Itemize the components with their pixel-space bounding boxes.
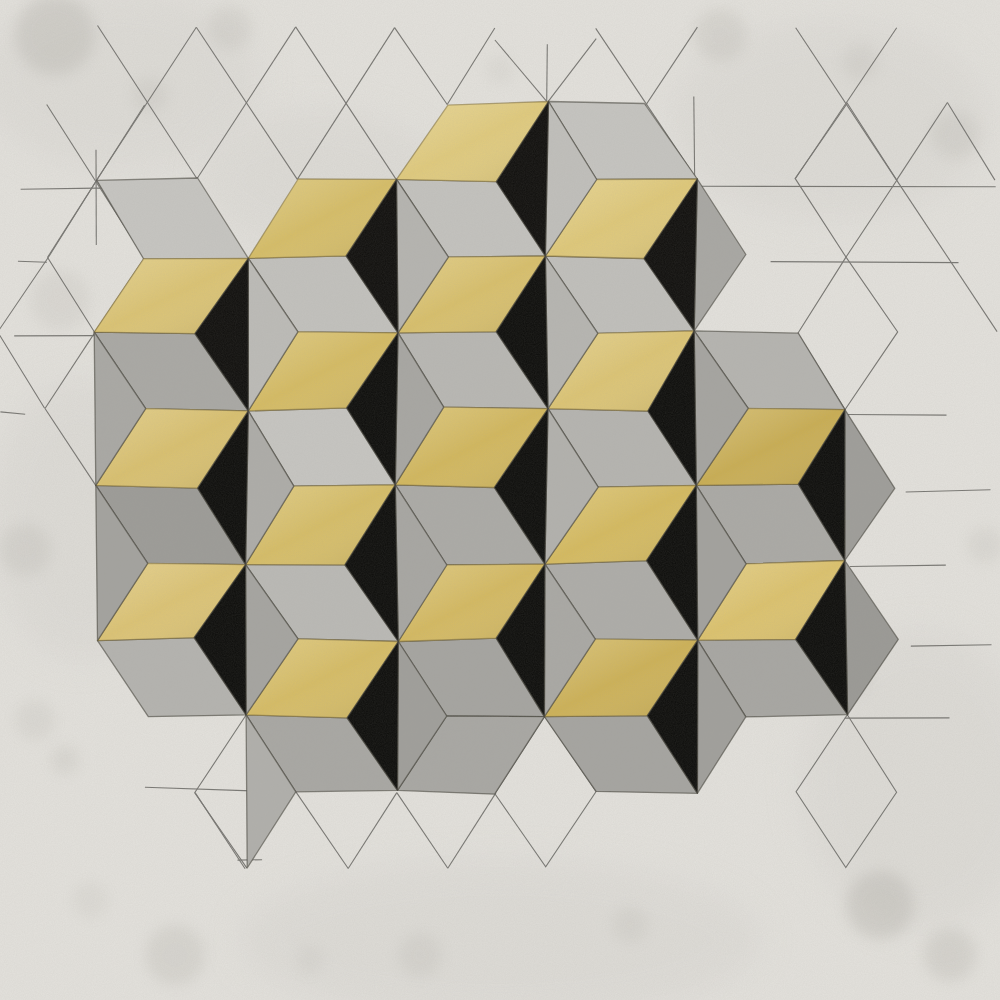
tumbling-blocks-artwork: [0, 0, 1000, 1000]
paper-grain-texture: [0, 0, 1000, 1000]
artwork-canvas: [0, 0, 1000, 1000]
